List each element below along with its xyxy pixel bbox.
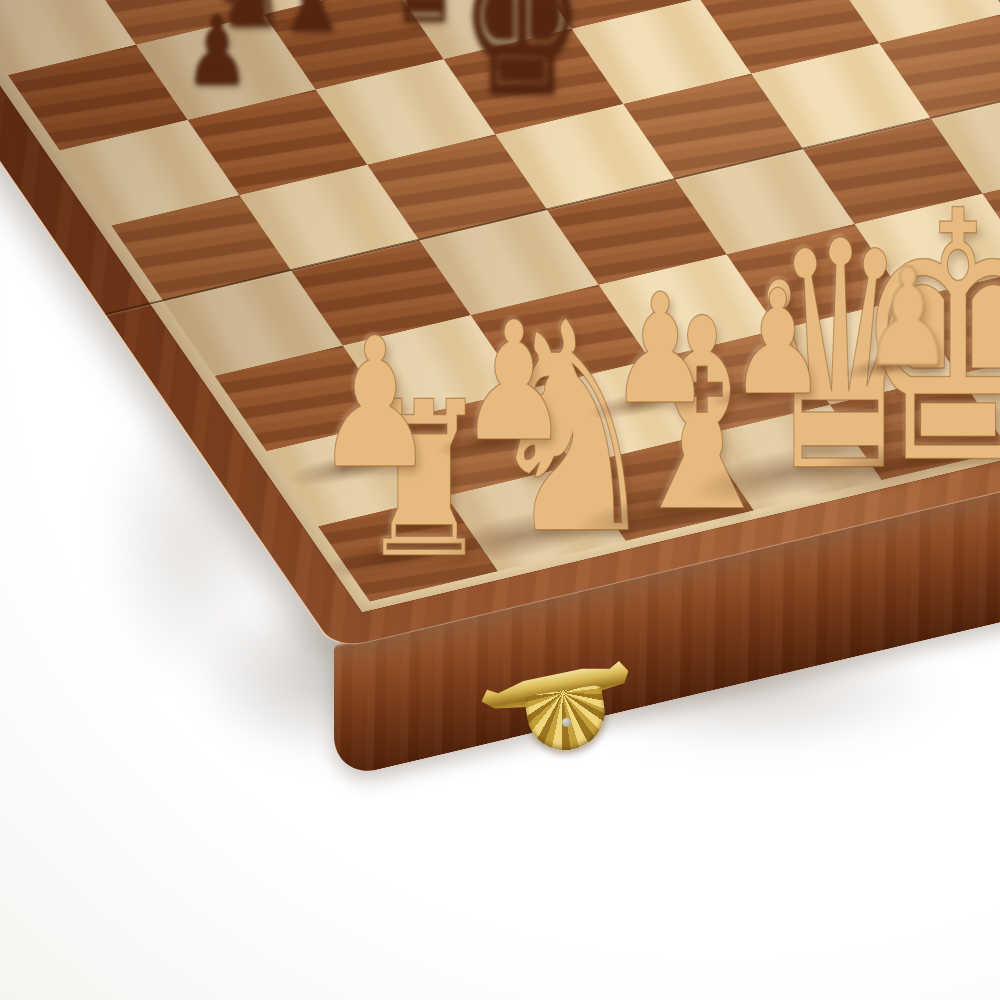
piece-white-king-e1[interactable]: ♚ bbox=[958, 470, 1000, 815]
piece-white-pawn-c2[interactable]: ♟ bbox=[660, 408, 796, 560]
chess-set-photo: ♜♞♝♛♚♟♟♟♟♟♟♞♝♛♚ bbox=[0, 0, 1000, 1000]
piece-black-king-e8[interactable]: ♚ bbox=[522, 100, 706, 305]
piece-white-pawn-a2[interactable]: ♟ bbox=[375, 472, 536, 652]
piece-white-pawn-b2[interactable]: ♟ bbox=[514, 445, 662, 610]
piece-white-pawn-e2[interactable]: ♟ bbox=[908, 370, 1000, 506]
piece-white-pawn-d2[interactable]: ♟ bbox=[778, 398, 908, 543]
